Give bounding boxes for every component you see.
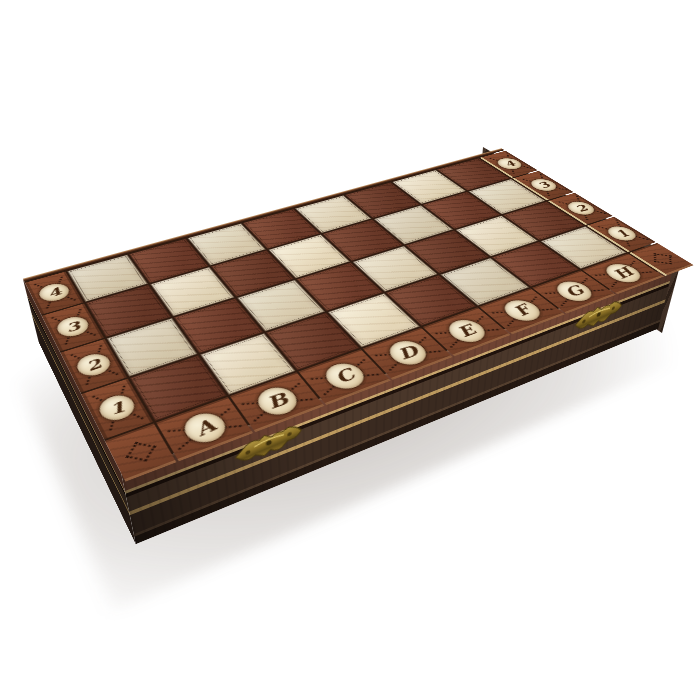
square-b1 — [200, 333, 295, 394]
chess-box: 43214321ABCDEFGH — [23, 151, 674, 473]
square-e1 — [386, 275, 476, 326]
square-b3 — [150, 267, 234, 316]
square-a1 — [130, 355, 227, 421]
square-c2 — [237, 280, 325, 332]
photo-stage: 43214321ABCDEFGH — [0, 0, 700, 700]
rank-label-right-4-medallion: 4 — [493, 157, 526, 171]
rank-label-left-4-medallion: 4 — [34, 281, 72, 304]
square-a2 — [107, 318, 198, 377]
rank-label-right-2-medallion: 2 — [563, 200, 599, 217]
square-d1 — [328, 293, 420, 347]
rank-label-left-2-medallion: 2 — [72, 351, 114, 380]
brass-latch-right — [571, 293, 625, 337]
scene-3d: 43214321ABCDEFGH — [0, 0, 700, 700]
rank-label-left-1-medallion: 1 — [96, 392, 137, 424]
square-a3 — [86, 285, 171, 337]
rank-label-right-3-medallion: 3 — [526, 177, 561, 193]
rank-label-left-3-medallion: 3 — [54, 314, 92, 340]
square-b2 — [174, 298, 263, 353]
square-c1 — [266, 313, 359, 371]
